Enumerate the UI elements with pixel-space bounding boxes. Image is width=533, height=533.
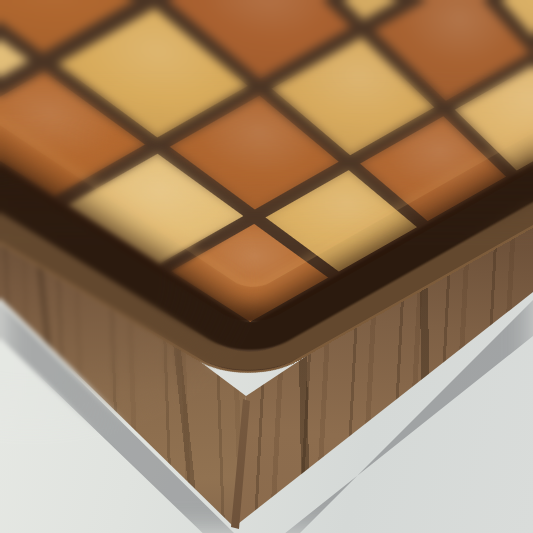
photo-backdrop — [0, 0, 533, 533]
